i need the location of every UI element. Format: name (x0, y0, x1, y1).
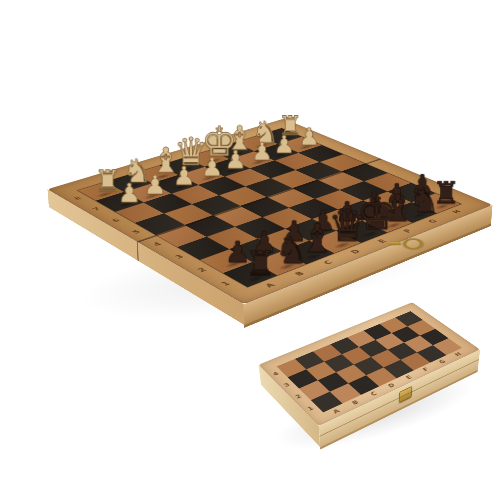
folded-board-square (288, 369, 318, 388)
folded-board-square (354, 357, 384, 375)
folded-board-square (311, 392, 343, 413)
folded-board-square (384, 360, 414, 378)
piece-glyph: ♟ (167, 163, 201, 189)
folded-board-square (299, 380, 330, 400)
piece-glyph: ♟ (112, 180, 147, 206)
piece-glyph: ♜ (241, 246, 280, 280)
folded-brass-clasp-icon (399, 386, 413, 403)
folded-board-square (330, 383, 361, 403)
folded-board-square (366, 367, 396, 386)
product-photo: 87654321 ABCDEFGH ♜♞♝♛♚♝♞♜♟♟♟♟♟♟♟♟♟♟♟♟♟♟… (0, 0, 500, 500)
folded-board-square (348, 375, 379, 395)
folded-board-square (277, 359, 307, 377)
board-square (219, 187, 267, 206)
folded-board-square (336, 365, 366, 384)
folded-board-square (306, 362, 336, 381)
folded-board-square (318, 372, 349, 391)
